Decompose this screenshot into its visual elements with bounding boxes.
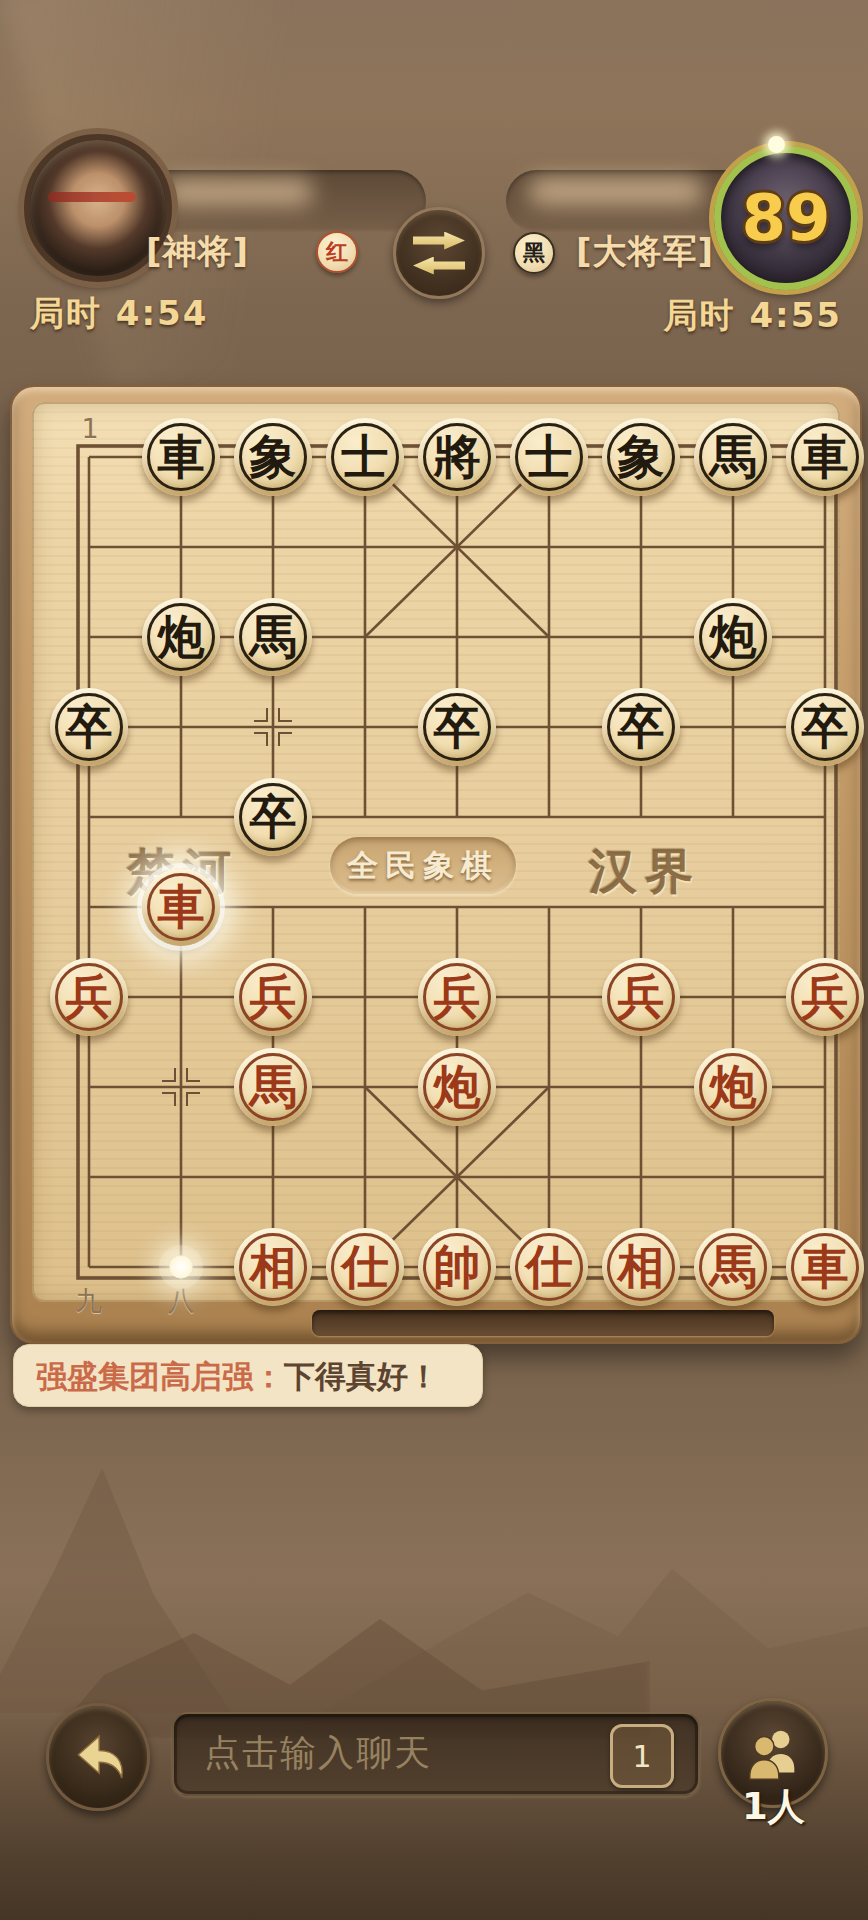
red-side-badge: 红: [316, 231, 358, 273]
piece-glyph: 車: [158, 433, 205, 480]
piece-red-兵[interactable]: 兵: [786, 958, 864, 1036]
point-marker: [162, 1068, 200, 1106]
piece-glyph: 車: [158, 883, 205, 930]
piece-red-馬[interactable]: 馬: [694, 1228, 772, 1306]
black-clock: 局时 4:55: [664, 293, 842, 339]
swap-sides-button[interactable]: [393, 207, 485, 299]
piece-red-兵[interactable]: 兵: [602, 958, 680, 1036]
piece-glyph: 相: [618, 1243, 665, 1290]
piece-red-兵[interactable]: 兵: [50, 958, 128, 1036]
piece-red-相[interactable]: 相: [602, 1228, 680, 1306]
piece-red-相[interactable]: 相: [234, 1228, 312, 1306]
people-icon: [742, 1723, 804, 1783]
piece-red-炮[interactable]: 炮: [418, 1048, 496, 1126]
black-side-badge: 黑: [513, 232, 555, 274]
xiangqi-game-screen: { "game": "xiangqi", "players": { "red":…: [0, 0, 868, 1920]
piece-glyph: 馬: [710, 1243, 757, 1290]
piece-glyph: 仕: [526, 1243, 573, 1290]
piece-glyph: 象: [250, 433, 297, 480]
red-clock: 局时 4:54: [30, 291, 208, 337]
piece-glyph: 炮: [710, 613, 757, 660]
avatar-headband: [48, 192, 136, 202]
chat-count-value: 1: [632, 1739, 651, 1774]
piece-glyph: 兵: [434, 973, 481, 1020]
piece-glyph: 馬: [250, 613, 297, 660]
piece-black-卒[interactable]: 卒: [234, 778, 312, 856]
piece-red-兵[interactable]: 兵: [418, 958, 496, 1036]
piece-glyph: 兵: [66, 973, 113, 1020]
chat-input[interactable]: 点击输入聊天 1: [172, 1712, 700, 1796]
file-coordinate-bottom-9: 九: [75, 1283, 103, 1319]
piece-black-將[interactable]: 將: [418, 418, 496, 496]
piece-black-士[interactable]: 士: [326, 418, 404, 496]
back-arrow-icon: [69, 1729, 127, 1785]
piece-glyph: 士: [526, 433, 573, 480]
piece-glyph: 炮: [434, 1063, 481, 1110]
point-marker: [254, 708, 292, 746]
player-name-redacted: [528, 177, 704, 205]
piece-red-兵[interactable]: 兵: [234, 958, 312, 1036]
piece-glyph: 車: [802, 433, 849, 480]
piece-glyph: 將: [434, 433, 481, 480]
river-text-han-jie: 汉界: [589, 840, 719, 904]
red-player-title: [神将]: [146, 229, 296, 275]
piece-black-象[interactable]: 象: [234, 418, 312, 496]
piece-glyph: 兵: [802, 973, 849, 1020]
board-field[interactable]: 1 九 八 車象士將士象馬車炮馬炮卒卒卒卒卒車兵兵兵兵兵馬炮炮相仕帥仕相馬車 楚…: [32, 402, 840, 1302]
piece-black-卒[interactable]: 卒: [602, 688, 680, 766]
piece-glyph: 士: [342, 433, 389, 480]
piece-glyph: 卒: [434, 703, 481, 750]
piece-glyph: 帥: [434, 1243, 481, 1290]
piece-red-車[interactable]: 車: [786, 1228, 864, 1306]
piece-black-卒[interactable]: 卒: [50, 688, 128, 766]
move-timer-seconds: 89: [714, 146, 858, 290]
file-coordinate-top: 1: [76, 413, 104, 444]
piece-glyph: 馬: [250, 1063, 297, 1110]
piece-glyph: 卒: [802, 703, 849, 750]
chat-message-bubble: 强盛集团高启强：下得真好！: [13, 1344, 483, 1407]
piece-black-馬[interactable]: 馬: [694, 418, 772, 496]
player-name-redacted: [163, 179, 313, 205]
chat-author: 强盛集团高启强：: [36, 1358, 284, 1394]
piece-glyph: 卒: [66, 703, 113, 750]
piece-black-卒[interactable]: 卒: [786, 688, 864, 766]
black-clock-value: 4:55: [749, 295, 842, 335]
spectator-count: 1人: [742, 1782, 805, 1832]
piece-black-馬[interactable]: 馬: [234, 598, 312, 676]
piece-glyph: 馬: [710, 433, 757, 480]
piece-red-仕[interactable]: 仕: [326, 1228, 404, 1306]
piece-black-車[interactable]: 車: [786, 418, 864, 496]
piece-red-仕[interactable]: 仕: [510, 1228, 588, 1306]
arrow-left-icon: [413, 257, 465, 275]
piece-black-車[interactable]: 車: [142, 418, 220, 496]
piece-glyph: 炮: [158, 613, 205, 660]
piece-glyph: 卒: [250, 793, 297, 840]
piece-glyph: 相: [250, 1243, 297, 1290]
black-clock-label: 局时: [664, 295, 736, 335]
red-player-nameplate: [138, 170, 426, 232]
arrow-right-icon: [413, 232, 465, 250]
piece-glyph: 仕: [342, 1243, 389, 1290]
xiangqi-board: 1 九 八 車象士將士象馬車炮馬炮卒卒卒卒卒車兵兵兵兵兵馬炮炮相仕帥仕相馬車 楚…: [10, 385, 862, 1344]
piece-black-卒[interactable]: 卒: [418, 688, 496, 766]
red-clock-value: 4:54: [116, 293, 209, 333]
app-logo-stamp: 全民象棋: [330, 837, 516, 894]
piece-red-車[interactable]: 車: [142, 868, 220, 946]
piece-black-象[interactable]: 象: [602, 418, 680, 496]
chat-text: 下得真好！: [284, 1358, 439, 1394]
piece-glyph: 炮: [710, 1063, 757, 1110]
piece-black-炮[interactable]: 炮: [142, 598, 220, 676]
board-bottom-notch: [312, 1310, 774, 1336]
piece-black-士[interactable]: 士: [510, 418, 588, 496]
piece-glyph: 車: [802, 1243, 849, 1290]
piece-glyph: 兵: [250, 973, 297, 1020]
chat-count-badge: 1: [610, 1724, 674, 1788]
piece-black-炮[interactable]: 炮: [694, 598, 772, 676]
piece-glyph: 兵: [618, 973, 665, 1020]
piece-red-馬[interactable]: 馬: [234, 1048, 312, 1126]
file-coordinate-bottom-8: 八: [167, 1283, 195, 1319]
last-move-origin-glow: [169, 1255, 193, 1279]
piece-glyph: 卒: [618, 703, 665, 750]
red-clock-label: 局时: [30, 293, 102, 333]
back-button[interactable]: [46, 1703, 150, 1811]
piece-glyph: 象: [618, 433, 665, 480]
chat-input-placeholder: 点击输入聊天: [204, 1714, 432, 1792]
piece-red-炮[interactable]: 炮: [694, 1048, 772, 1126]
piece-red-帥[interactable]: 帥: [418, 1228, 496, 1306]
